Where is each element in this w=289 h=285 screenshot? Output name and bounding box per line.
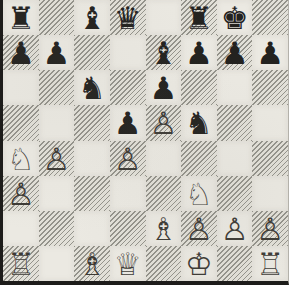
square-d1[interactable]: ♕ — [110, 246, 146, 281]
square-d8[interactable]: ♛ — [110, 0, 146, 35]
square-a7[interactable]: ♟ — [3, 35, 39, 70]
square-e7[interactable]: ♝ — [146, 35, 182, 70]
square-f5[interactable]: ♞ — [181, 105, 217, 140]
square-g6[interactable] — [217, 70, 253, 105]
square-c8[interactable]: ♝ — [74, 0, 110, 35]
white-pawn: ♙ — [256, 212, 284, 246]
white-pawn: ♙ — [43, 142, 71, 176]
square-g2[interactable]: ♙ — [217, 211, 253, 246]
square-d7[interactable] — [110, 35, 146, 70]
black-knight: ♞ — [78, 71, 106, 105]
square-a2[interactable] — [3, 211, 39, 246]
black-king: ♚ — [221, 1, 249, 35]
square-h6[interactable] — [252, 70, 288, 105]
square-b7[interactable]: ♟ — [39, 35, 75, 70]
board-frame: ♜♝♛♜♚♟♟♝♟♟♟♞♟♟♙♞♘♙♙♙♘♗♙♙♙♖♗♕♔♖ — [0, 0, 289, 285]
square-e3[interactable] — [146, 176, 182, 211]
black-pawn: ♟ — [149, 71, 177, 105]
white-rook: ♖ — [7, 247, 35, 281]
square-g3[interactable] — [217, 176, 253, 211]
square-b8[interactable] — [39, 0, 75, 35]
square-f4[interactable] — [181, 141, 217, 176]
square-c4[interactable] — [74, 141, 110, 176]
square-d3[interactable] — [110, 176, 146, 211]
square-f6[interactable] — [181, 70, 217, 105]
black-knight: ♞ — [185, 106, 213, 140]
square-d4[interactable]: ♙ — [110, 141, 146, 176]
square-g7[interactable]: ♟ — [217, 35, 253, 70]
square-f1[interactable]: ♔ — [181, 246, 217, 281]
square-b3[interactable] — [39, 176, 75, 211]
square-e8[interactable] — [146, 0, 182, 35]
square-a3[interactable]: ♙ — [3, 176, 39, 211]
square-e6[interactable]: ♟ — [146, 70, 182, 105]
white-pawn: ♙ — [7, 177, 35, 211]
white-bishop: ♗ — [149, 212, 177, 246]
black-pawn: ♟ — [114, 106, 142, 140]
square-h5[interactable] — [252, 105, 288, 140]
black-rook: ♜ — [185, 1, 213, 35]
white-king: ♔ — [185, 247, 213, 281]
square-g4[interactable] — [217, 141, 253, 176]
white-rook: ♖ — [256, 247, 284, 281]
square-b5[interactable] — [39, 105, 75, 140]
square-c6[interactable]: ♞ — [74, 70, 110, 105]
square-a1[interactable]: ♖ — [3, 246, 39, 281]
square-f3[interactable]: ♘ — [181, 176, 217, 211]
square-b2[interactable] — [39, 211, 75, 246]
square-c2[interactable] — [74, 211, 110, 246]
black-bishop: ♝ — [149, 36, 177, 70]
square-g8[interactable]: ♚ — [217, 0, 253, 35]
square-e4[interactable] — [146, 141, 182, 176]
white-pawn: ♙ — [221, 212, 249, 246]
square-c1[interactable]: ♗ — [74, 246, 110, 281]
black-rook: ♜ — [7, 1, 35, 35]
black-pawn: ♟ — [7, 36, 35, 70]
square-d2[interactable] — [110, 211, 146, 246]
square-h2[interactable]: ♙ — [252, 211, 288, 246]
white-knight: ♘ — [185, 177, 213, 211]
black-pawn: ♟ — [221, 36, 249, 70]
square-f2[interactable]: ♙ — [181, 211, 217, 246]
square-f7[interactable]: ♟ — [181, 35, 217, 70]
white-pawn: ♙ — [114, 142, 142, 176]
chess-board: ♜♝♛♜♚♟♟♝♟♟♟♞♟♟♙♞♘♙♙♙♘♗♙♙♙♖♗♕♔♖ — [3, 0, 288, 281]
square-b1[interactable] — [39, 246, 75, 281]
square-d6[interactable] — [110, 70, 146, 105]
black-pawn: ♟ — [256, 36, 284, 70]
black-bishop: ♝ — [78, 1, 106, 35]
square-c3[interactable] — [74, 176, 110, 211]
square-a4[interactable]: ♘ — [3, 141, 39, 176]
square-b4[interactable]: ♙ — [39, 141, 75, 176]
white-bishop: ♗ — [78, 247, 106, 281]
black-pawn: ♟ — [185, 36, 213, 70]
white-knight: ♘ — [7, 142, 35, 176]
square-e2[interactable]: ♗ — [146, 211, 182, 246]
square-c5[interactable] — [74, 105, 110, 140]
black-pawn: ♟ — [43, 36, 71, 70]
square-a8[interactable]: ♜ — [3, 0, 39, 35]
square-h3[interactable] — [252, 176, 288, 211]
square-f8[interactable]: ♜ — [181, 0, 217, 35]
square-c7[interactable] — [74, 35, 110, 70]
square-b6[interactable] — [39, 70, 75, 105]
white-queen: ♕ — [114, 247, 142, 281]
square-g1[interactable] — [217, 246, 253, 281]
square-h1[interactable]: ♖ — [252, 246, 288, 281]
square-d5[interactable]: ♟ — [110, 105, 146, 140]
square-h8[interactable] — [252, 0, 288, 35]
square-g5[interactable] — [217, 105, 253, 140]
square-h7[interactable]: ♟ — [252, 35, 288, 70]
white-pawn: ♙ — [149, 106, 177, 140]
square-e5[interactable]: ♙ — [146, 105, 182, 140]
square-a5[interactable] — [3, 105, 39, 140]
white-pawn: ♙ — [185, 212, 213, 246]
black-queen: ♛ — [114, 1, 142, 35]
square-h4[interactable] — [252, 141, 288, 176]
square-a6[interactable] — [3, 70, 39, 105]
square-e1[interactable] — [146, 246, 182, 281]
